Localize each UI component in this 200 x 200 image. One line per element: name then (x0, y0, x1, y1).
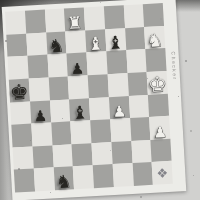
square-d2[interactable] (72, 143, 93, 167)
square-c7[interactable]: ♞ (46, 31, 67, 55)
square-h3[interactable]: ♟ (149, 116, 170, 140)
square-g7[interactable] (125, 27, 146, 51)
square-g6[interactable] (126, 49, 147, 73)
square-b3[interactable] (31, 123, 52, 147)
square-g4[interactable] (128, 94, 149, 118)
dust-speck (193, 175, 194, 176)
square-c3[interactable] (51, 121, 72, 145)
brand-text: Checker (170, 51, 178, 80)
square-f7[interactable]: ♝ (105, 28, 126, 52)
square-e7[interactable]: ♝ (85, 29, 106, 53)
square-h5[interactable]: ♚ (147, 71, 168, 95)
piece-black-K-a5[interactable]: ♚ (9, 81, 29, 103)
square-d6[interactable]: ♟ (67, 53, 88, 77)
square-a7[interactable] (6, 33, 27, 57)
square-c4[interactable] (49, 99, 70, 123)
square-e6[interactable] (86, 51, 107, 75)
dust-speck (140, 196, 142, 198)
square-d8[interactable]: ♜ (64, 7, 85, 31)
square-b2[interactable] (32, 145, 53, 169)
square-h7[interactable]: ♞ (144, 26, 165, 50)
square-f6[interactable] (106, 50, 127, 74)
board-grid: ♜♞♝♝♞♟♚♚♟♝♟♟♞❖ (5, 3, 173, 193)
square-a3[interactable] (11, 124, 32, 148)
dust-speck (190, 130, 192, 132)
square-a2[interactable] (13, 146, 34, 170)
square-f8[interactable] (104, 5, 125, 29)
square-d3[interactable] (70, 120, 91, 144)
square-c6[interactable] (47, 54, 68, 78)
dust-speck (185, 60, 187, 62)
piece-white-P-h3[interactable]: ♟ (153, 125, 167, 141)
piece-black-N-c1[interactable]: ♞ (55, 172, 72, 191)
square-e1[interactable] (93, 164, 114, 188)
square-c2[interactable] (52, 144, 73, 168)
square-a5[interactable]: ♚ (9, 78, 30, 102)
square-h4[interactable] (148, 93, 169, 117)
square-e8[interactable] (84, 6, 105, 30)
square-f5[interactable] (107, 73, 128, 97)
square-b6[interactable] (27, 55, 48, 79)
piece-black-N-c7[interactable]: ♞ (48, 37, 65, 56)
square-b4[interactable]: ♟ (30, 100, 51, 124)
square-a1[interactable] (14, 169, 35, 193)
square-b8[interactable] (25, 10, 46, 34)
piece-white-N-h7[interactable]: ♞ (146, 31, 163, 50)
square-h8[interactable] (143, 3, 164, 27)
piece-white-P-f4[interactable]: ♟ (112, 104, 126, 120)
square-d4[interactable]: ♝ (69, 98, 90, 122)
piece-black-P-b4[interactable]: ♟ (33, 109, 47, 125)
square-g5[interactable] (127, 72, 148, 96)
square-h1[interactable]: ❖ (152, 161, 173, 185)
piece-white-B-e7[interactable]: ♝ (87, 35, 104, 54)
piece-black-B-f7[interactable]: ♝ (107, 34, 124, 53)
square-e4[interactable] (89, 97, 110, 121)
square-a6[interactable] (8, 56, 29, 80)
square-b5[interactable] (29, 77, 50, 101)
square-f4[interactable]: ♟ (109, 96, 130, 120)
square-f1[interactable] (112, 163, 133, 187)
square-a8[interactable] (5, 11, 26, 35)
square-h6[interactable] (146, 48, 167, 72)
square-g8[interactable] (123, 4, 144, 28)
piece-white-K-h5[interactable]: ♚ (147, 73, 167, 95)
square-g2[interactable] (131, 140, 152, 164)
square-b7[interactable] (26, 32, 47, 56)
square-c5[interactable] (48, 76, 69, 100)
piece-white-R-d8[interactable]: ♜ (67, 14, 83, 32)
square-d7[interactable] (65, 30, 86, 54)
square-b1[interactable] (34, 168, 55, 192)
square-h2[interactable] (151, 139, 172, 163)
square-g3[interactable] (130, 117, 151, 141)
square-c8[interactable] (44, 9, 65, 33)
square-e3[interactable] (90, 119, 111, 143)
board-photo: ♜♞♝♝♞♟♚♚♟♝♟♟♞❖ Checker (0, 0, 200, 200)
square-d5[interactable] (68, 75, 89, 99)
square-c1[interactable]: ♞ (53, 167, 74, 191)
chess-mat: ♜♞♝♝♞♟♚♚♟♝♟♟♞❖ Checker (2, 0, 187, 200)
square-e2[interactable] (91, 142, 112, 166)
square-e5[interactable] (88, 74, 109, 98)
square-f2[interactable] (111, 141, 132, 165)
square-f3[interactable] (110, 118, 131, 142)
square-g1[interactable] (132, 162, 153, 186)
piece-black-P-d6[interactable]: ♟ (70, 61, 84, 77)
piece-black-B-d4[interactable]: ♝ (71, 103, 88, 122)
brand-logo-icon: ❖ (156, 166, 168, 180)
square-a4[interactable] (10, 101, 31, 125)
square-d1[interactable] (73, 166, 94, 190)
